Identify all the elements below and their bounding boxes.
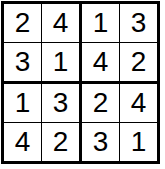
cell-r3c1[interactable]: 1 [4,84,42,123]
cell-r4c3[interactable]: 3 [82,123,120,161]
cell-r1c3[interactable]: 1 [82,4,120,43]
cell-r1c2[interactable]: 4 [42,4,82,43]
cell-r2c4[interactable]: 2 [120,43,157,84]
cell-r4c1[interactable]: 4 [4,123,42,161]
cell-r4c4[interactable]: 1 [120,123,157,161]
sudoku-board: 2 4 1 3 3 1 4 2 1 3 2 4 4 2 3 1 [1,1,160,164]
cell-r3c3[interactable]: 2 [82,84,120,123]
cell-r1c4[interactable]: 3 [120,4,157,43]
cell-r2c3[interactable]: 4 [82,43,120,84]
cell-r1c1[interactable]: 2 [4,4,42,43]
cell-r2c2[interactable]: 1 [42,43,82,84]
cell-r4c2[interactable]: 2 [42,123,82,161]
cell-r3c4[interactable]: 4 [120,84,157,123]
cell-r2c1[interactable]: 3 [4,43,42,84]
cell-r3c2[interactable]: 3 [42,84,82,123]
